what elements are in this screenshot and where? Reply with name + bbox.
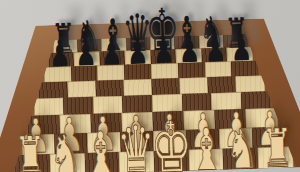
square-d2 bbox=[120, 130, 153, 151]
square-e2 bbox=[153, 129, 186, 150]
square-a5 bbox=[39, 82, 68, 99]
square-h3 bbox=[246, 108, 278, 127]
square-h6 bbox=[231, 61, 258, 77]
square-a1 bbox=[15, 154, 50, 172]
square-g7 bbox=[202, 48, 228, 63]
square-a7 bbox=[49, 52, 75, 67]
square-g8 bbox=[199, 35, 224, 49]
square-c4 bbox=[93, 96, 123, 114]
chessboard-photo: ♜♞♝♛♚♝♞♜♟♟♟♟♟♟♟♟♟♟♟♟♟♟♟♟♜♞♝♛♚♝♞♜ bbox=[0, 0, 300, 172]
square-g6 bbox=[205, 61, 232, 77]
square-f8 bbox=[175, 35, 200, 49]
square-b3 bbox=[59, 114, 91, 133]
square-c7 bbox=[100, 51, 126, 66]
square-f3 bbox=[184, 110, 216, 129]
square-f4 bbox=[182, 93, 212, 111]
square-h8 bbox=[223, 34, 248, 48]
square-d5 bbox=[123, 79, 152, 96]
square-c2 bbox=[87, 132, 120, 153]
square-e3 bbox=[153, 111, 185, 130]
square-b7 bbox=[74, 52, 100, 67]
square-g1 bbox=[223, 147, 258, 170]
square-c8 bbox=[102, 38, 127, 52]
square-d8 bbox=[126, 37, 151, 51]
square-d7 bbox=[125, 50, 151, 65]
square-e4 bbox=[152, 94, 182, 112]
square-b6 bbox=[71, 66, 98, 82]
square-h1 bbox=[258, 146, 293, 169]
square-d1 bbox=[119, 150, 154, 172]
square-e6 bbox=[151, 63, 178, 79]
square-e8 bbox=[150, 36, 175, 50]
square-g2 bbox=[219, 127, 252, 148]
square-f2 bbox=[186, 128, 219, 149]
square-f7 bbox=[176, 48, 202, 63]
square-g3 bbox=[215, 109, 247, 128]
square-a8 bbox=[53, 39, 78, 53]
square-h7 bbox=[227, 47, 253, 62]
square-a3 bbox=[28, 115, 60, 134]
square-b1 bbox=[50, 153, 85, 172]
square-e5 bbox=[151, 78, 180, 95]
square-c1 bbox=[84, 152, 119, 172]
square-d6 bbox=[124, 64, 151, 80]
square-f5 bbox=[180, 77, 209, 94]
square-f6 bbox=[178, 62, 205, 78]
square-c3 bbox=[90, 113, 122, 132]
square-d3 bbox=[121, 112, 153, 131]
square-c5 bbox=[95, 80, 124, 97]
square-f1 bbox=[188, 148, 223, 171]
square-b4 bbox=[63, 97, 93, 115]
square-e1 bbox=[154, 149, 189, 172]
square-g5 bbox=[208, 76, 237, 93]
square-a2 bbox=[22, 134, 55, 155]
square-b5 bbox=[67, 81, 96, 98]
board-scene: ♜♞♝♛♚♝♞♜♟♟♟♟♟♟♟♟♟♟♟♟♟♟♟♟♜♞♝♛♚♝♞♜ bbox=[0, 0, 300, 172]
square-b2 bbox=[55, 133, 88, 154]
square-c6 bbox=[97, 65, 124, 81]
square-h4 bbox=[241, 91, 271, 109]
square-d4 bbox=[122, 95, 152, 113]
square-h2 bbox=[252, 126, 285, 147]
square-a6 bbox=[44, 67, 71, 83]
square-a4 bbox=[34, 98, 64, 116]
square-e7 bbox=[151, 49, 177, 64]
square-h5 bbox=[236, 75, 265, 92]
square-g4 bbox=[211, 92, 241, 110]
square-b8 bbox=[77, 39, 102, 53]
